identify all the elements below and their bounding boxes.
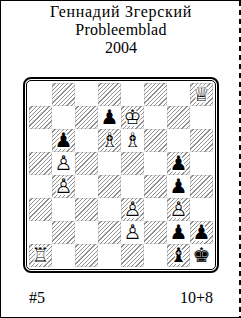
square-g7 [167,106,190,129]
white-king-e7: ♔ [124,106,142,129]
square-c6 [75,129,98,152]
square-h6 [190,129,213,152]
square-b6: ♟ [52,129,75,152]
black-pawn-d7: ♟ [101,106,119,129]
square-c3 [75,198,98,221]
square-f8 [144,83,167,106]
square-b2 [52,221,75,244]
square-b4: ♙ [52,175,75,198]
square-a5 [29,152,52,175]
square-e5 [121,152,144,175]
square-a2 [29,221,52,244]
square-e6: ♗ [121,129,144,152]
square-h2: ♟ [190,221,213,244]
square-d7: ♟ [98,106,121,129]
black-pawn-g5: ♟ [170,152,188,175]
square-g5: ♟ [167,152,190,175]
white-bishop-d6: ♗ [101,129,119,152]
square-a1: ♖ [29,244,52,267]
white-pawn-b4: ♙ [55,175,73,198]
square-c7 [75,106,98,129]
black-pawn-h2: ♟ [193,221,211,244]
piece-count-label: 10+8 [180,289,213,307]
chessboard-inner-frame: ♕♟♔♟♗♗♙♟♙♟♙♙♙♟♟♖♝♚ [26,80,216,270]
problem-caption: #5 10+8 [29,289,213,307]
square-c1 [75,244,98,267]
square-c2 [75,221,98,244]
stipulation-label: #5 [29,289,45,307]
white-queen-h8: ♕ [193,83,211,106]
black-pawn-b6: ♟ [55,129,73,152]
square-c5 [75,152,98,175]
square-b7 [52,106,75,129]
white-pawn-g3: ♙ [170,198,188,221]
square-f3 [144,198,167,221]
square-d5 [98,152,121,175]
square-f5 [144,152,167,175]
square-a8 [29,83,52,106]
white-pawn-e3: ♙ [124,198,142,221]
black-pawn-g2: ♟ [170,221,188,244]
square-f2 [144,221,167,244]
square-h3 [190,198,213,221]
square-b8 [52,83,75,106]
black-king-h1: ♚ [193,244,211,267]
square-b3 [52,198,75,221]
square-h7 [190,106,213,129]
black-bishop-g1: ♝ [170,244,188,267]
square-b5: ♙ [52,152,75,175]
square-g8 [167,83,190,106]
square-a7 [29,106,52,129]
square-h4 [190,175,213,198]
square-d1 [98,244,121,267]
square-a3 [29,198,52,221]
square-e7: ♔ [121,106,144,129]
square-g6 [167,129,190,152]
square-d8 [98,83,121,106]
square-h1: ♚ [190,244,213,267]
square-h5 [190,152,213,175]
square-f4 [144,175,167,198]
white-bishop-e6: ♗ [124,129,142,152]
square-a4 [29,175,52,198]
chessboard: ♕♟♔♟♗♗♙♟♙♟♙♙♙♟♟♖♝♚ [29,83,213,267]
square-g4: ♟ [167,175,190,198]
square-d2 [98,221,121,244]
chessboard-frame: ♕♟♔♟♗♗♙♟♙♟♙♙♙♟♟♖♝♚ [23,77,219,273]
problem-card: Геннадий Згерский Probleemblad 2004 ♕♟♔♟… [0,0,241,318]
square-c4 [75,175,98,198]
square-f6 [144,129,167,152]
source-publication: Probleemblad [1,21,241,39]
square-d4 [98,175,121,198]
square-b1 [52,244,75,267]
composer-name: Геннадий Згерский [1,3,241,21]
white-rook-a1: ♖ [32,244,50,267]
square-f1 [144,244,167,267]
square-d3 [98,198,121,221]
square-f7 [144,106,167,129]
square-g3: ♙ [167,198,190,221]
square-h8: ♕ [190,83,213,106]
square-g1: ♝ [167,244,190,267]
square-a6 [29,129,52,152]
black-pawn-g4: ♟ [170,175,188,198]
square-e8 [121,83,144,106]
square-c8 [75,83,98,106]
page-cut-dashed-line [239,1,241,317]
problem-header: Геннадий Згерский Probleemblad 2004 [1,1,241,57]
square-g2: ♟ [167,221,190,244]
publication-year: 2004 [1,39,241,57]
square-e4 [121,175,144,198]
white-pawn-e2: ♙ [124,221,142,244]
square-e3: ♙ [121,198,144,221]
square-e1 [121,244,144,267]
square-e2: ♙ [121,221,144,244]
square-d6: ♗ [98,129,121,152]
white-pawn-b5: ♙ [55,152,73,175]
